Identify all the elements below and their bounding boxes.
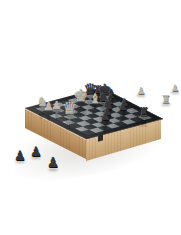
piece-glyph: ♟ <box>47 156 59 170</box>
piece-reflection: ♜ <box>138 116 149 128</box>
piece-reflection: ♛ <box>62 115 77 132</box>
piece-glyph: ♜ <box>161 94 171 105</box>
piece-glyph: ♟ <box>14 149 26 162</box>
piece-glyph: ♟ <box>137 86 146 96</box>
piece-reflection: ♟ <box>100 121 110 133</box>
chess-set-photo: ♞♞♟♟♟♟♛♛♚♚♝♝♜♜♛♛♚♚♝♝♞♞♝♝♟♟♞♞♟♟♟♟♟♟♜♜♟♟♟♟… <box>0 0 181 235</box>
piece-glyph: ♟ <box>30 145 42 158</box>
piece-glyph: ♟ <box>171 84 179 93</box>
piece-reflection: ♟ <box>44 111 54 122</box>
piece-reflection: ♟ <box>118 111 128 122</box>
